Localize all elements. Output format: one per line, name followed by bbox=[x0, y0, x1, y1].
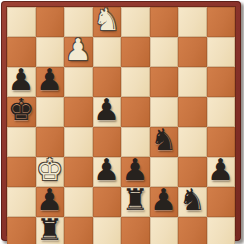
piece-black-pawn-f2: ♟ bbox=[150, 185, 177, 215]
piece-white-pawn-c7: ♟ bbox=[65, 35, 92, 65]
piece-black-knight-f4: ♞ bbox=[150, 125, 177, 155]
square-f4[interactable]: ♞ bbox=[150, 127, 179, 157]
square-e1[interactable] bbox=[121, 217, 150, 244]
square-g2[interactable]: ♞ bbox=[178, 187, 207, 217]
square-a4[interactable] bbox=[7, 127, 36, 157]
piece-black-rook-e2: ♜ bbox=[122, 185, 149, 215]
square-g1[interactable] bbox=[178, 217, 207, 244]
square-b1[interactable]: ♜ bbox=[36, 217, 65, 244]
square-c4[interactable] bbox=[64, 127, 93, 157]
piece-black-pawn-a6: ♟ bbox=[8, 65, 35, 95]
square-f2[interactable]: ♟ bbox=[150, 187, 179, 217]
square-a5[interactable]: ♚ bbox=[7, 97, 36, 127]
square-d2[interactable] bbox=[93, 187, 122, 217]
square-a2[interactable] bbox=[7, 187, 36, 217]
square-b8[interactable] bbox=[36, 7, 65, 37]
square-g4[interactable] bbox=[178, 127, 207, 157]
square-c6[interactable] bbox=[64, 67, 93, 97]
piece-black-pawn-d3: ♟ bbox=[93, 155, 120, 185]
square-a8[interactable] bbox=[7, 7, 36, 37]
square-c1[interactable] bbox=[64, 217, 93, 244]
square-g6[interactable] bbox=[178, 67, 207, 97]
piece-black-pawn-h3: ♟ bbox=[207, 155, 234, 185]
square-h8[interactable] bbox=[207, 7, 236, 37]
square-e8[interactable] bbox=[121, 7, 150, 37]
square-f7[interactable] bbox=[150, 37, 179, 67]
square-g7[interactable] bbox=[178, 37, 207, 67]
piece-black-pawn-b6: ♟ bbox=[36, 65, 63, 95]
square-h2[interactable] bbox=[207, 187, 236, 217]
board-frame: ♞♟♟♟♚♟♞♚♟♟♟♟♜♟♞♜ bbox=[1, 1, 241, 241]
chessboard: ♞♟♟♟♚♟♞♚♟♟♟♟♜♟♞♜ bbox=[7, 7, 235, 235]
square-d3[interactable]: ♟ bbox=[93, 157, 122, 187]
square-a1[interactable] bbox=[7, 217, 36, 244]
square-g5[interactable] bbox=[178, 97, 207, 127]
square-c5[interactable] bbox=[64, 97, 93, 127]
square-e5[interactable] bbox=[121, 97, 150, 127]
square-h3[interactable]: ♟ bbox=[207, 157, 236, 187]
square-f6[interactable] bbox=[150, 67, 179, 97]
piece-white-knight-d8: ♞ bbox=[93, 5, 120, 35]
square-b5[interactable] bbox=[36, 97, 65, 127]
square-f8[interactable] bbox=[150, 7, 179, 37]
square-c2[interactable] bbox=[64, 187, 93, 217]
square-e7[interactable] bbox=[121, 37, 150, 67]
square-d7[interactable] bbox=[93, 37, 122, 67]
square-b6[interactable]: ♟ bbox=[36, 67, 65, 97]
square-a3[interactable] bbox=[7, 157, 36, 187]
square-h6[interactable] bbox=[207, 67, 236, 97]
square-f1[interactable] bbox=[150, 217, 179, 244]
piece-black-rook-b1: ♜ bbox=[36, 215, 63, 244]
square-c3[interactable] bbox=[64, 157, 93, 187]
square-g8[interactable] bbox=[178, 7, 207, 37]
piece-black-knight-g2: ♞ bbox=[179, 185, 206, 215]
square-h5[interactable] bbox=[207, 97, 236, 127]
square-h1[interactable] bbox=[207, 217, 236, 244]
square-d8[interactable]: ♞ bbox=[93, 7, 122, 37]
square-c7[interactable]: ♟ bbox=[64, 37, 93, 67]
square-d5[interactable]: ♟ bbox=[93, 97, 122, 127]
piece-black-pawn-e3: ♟ bbox=[122, 155, 149, 185]
piece-white-king-b3: ♚ bbox=[36, 155, 63, 185]
square-d1[interactable] bbox=[93, 217, 122, 244]
square-e6[interactable] bbox=[121, 67, 150, 97]
piece-black-king-a5: ♚ bbox=[8, 95, 35, 125]
square-h7[interactable] bbox=[207, 37, 236, 67]
square-e2[interactable]: ♜ bbox=[121, 187, 150, 217]
piece-black-pawn-d5: ♟ bbox=[93, 95, 120, 125]
piece-black-pawn-b2: ♟ bbox=[36, 185, 63, 215]
